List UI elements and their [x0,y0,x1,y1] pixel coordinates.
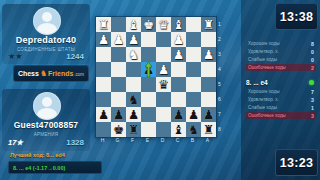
white-bishop-c1[interactable]: ♝ [171,17,186,32]
black-pawn-a7[interactable]: ♟ [201,107,216,122]
square-e7[interactable] [141,107,156,122]
file-label: H [95,137,110,143]
stats-block-black: 8. ... e4Хорошие ходы7Удовлетвор. х.3Сла… [246,78,316,120]
white-queen-d1[interactable]: ♛ [156,17,171,32]
square-b3[interactable] [186,47,201,62]
square-e4[interactable]: ♟ [141,62,156,77]
square-g5[interactable] [111,77,126,92]
clock-white: 13:38 [275,3,318,30]
rank-label: 6 [218,96,221,102]
player-stars: ★★ [8,52,22,61]
black-king-g8[interactable]: ♚ [111,122,126,137]
square-g4[interactable] [111,62,126,77]
black-pawn-f7[interactable]: ♟ [126,107,141,122]
file-label: A [200,137,215,143]
best-move-hint: Лучший ход: 8... ed4 [10,152,120,158]
black-bishop-c8[interactable]: ♝ [171,122,186,137]
square-d5[interactable]: ♛ [156,77,171,92]
analysis-panel: 13:38 Хорошие ходы8Удовлетвор. х.0Слабые… [241,0,320,180]
square-f5[interactable] [126,77,141,92]
square-g6[interactable] [111,92,126,107]
stat-label: Удовлетвор. х. [248,97,279,102]
white-pawn-d4[interactable]: ♟ [156,62,171,77]
last-move-label: 8. ... e4 [246,79,268,86]
white-pawn-f2[interactable]: ♟ [126,32,141,47]
file-label: F [125,137,140,143]
white-rook-h1[interactable]: ♜ [96,17,111,32]
rank-label: 8 [218,126,221,132]
stat-row: Удовлетвор. х.0 [246,48,316,55]
square-d4[interactable]: ♟ [156,62,171,77]
stat-label: Ошибочные ходы [248,65,286,70]
player-card-black[interactable]: Guest47008857 АРМЕНИЯ 17★ 1328 [2,89,90,151]
stat-label: Хорошие ходы [248,89,279,94]
square-a2[interactable] [201,32,216,47]
rank-label: 3 [218,51,221,57]
black-knight-b8[interactable]: ♞ [186,122,201,137]
square-f6[interactable]: ♞ [126,92,141,107]
logo-text: Chess [18,70,39,77]
square-b1[interactable] [186,17,201,32]
stat-value: 0 [311,49,314,55]
black-pawn-h7[interactable]: ♟ [96,107,111,122]
stat-label: Слабые ходы [248,105,277,110]
white-pawn-c2[interactable]: ♟ [171,32,186,47]
square-d1[interactable]: ♛ [156,17,171,32]
square-c1[interactable]: ♝ [171,17,186,32]
square-a4[interactable] [201,62,216,77]
stat-row: Слабые ходы1 [246,104,316,111]
square-c4[interactable] [171,62,186,77]
stat-label: Удовлетвор. х. [248,49,279,54]
player-card-white[interactable]: Depredator40 СОЕДИНЕННЫЕ ШТАТЫ ★★ 1244 [2,4,90,64]
player-rating: 1244 [66,52,84,61]
square-f3[interactable]: ♞ [126,47,141,62]
player-stars: 17★ [8,138,23,147]
square-a5[interactable] [201,77,216,92]
stat-row: Слабые ходы0 [246,56,316,63]
square-b8[interactable]: ♞ [186,122,201,137]
square-c7[interactable]: ♟ [171,107,186,122]
black-queen-d5[interactable]: ♛ [156,77,171,92]
square-a3[interactable]: ♟ [201,47,216,62]
square-f8[interactable]: ♜ [126,122,141,137]
square-b2[interactable] [186,32,201,47]
square-e8[interactable] [141,122,156,137]
white-pawn-c3[interactable]: ♟ [171,47,186,62]
square-c8[interactable]: ♝ [171,122,186,137]
white-pawn-a3[interactable]: ♟ [201,47,216,62]
stat-row: Ошибочные ходы2 [246,64,316,71]
logo-text: .com [74,72,84,77]
stat-row: Ошибочные ходы3 [246,112,316,119]
square-h1[interactable]: ♜ [96,17,111,32]
rank-label: 2 [218,36,221,42]
avatar [33,92,61,120]
square-h2[interactable]: ♟ [96,32,111,47]
square-d6[interactable] [156,92,171,107]
square-h5[interactable] [96,77,111,92]
chess-board[interactable]: ♜♝♚♛♝♜♟♟♟♟♞♟♟♟♟♛♞♟♟♟♟♟♟♚♜♝♞♜ [95,16,217,138]
square-c5[interactable] [171,77,186,92]
stat-value: 2 [311,65,314,71]
black-pawn-b7[interactable]: ♟ [186,107,201,122]
avatar [33,7,61,35]
stat-value: 1 [311,105,314,111]
square-g1[interactable] [111,17,126,32]
square-c6[interactable] [171,92,186,107]
stat-value: 7 [311,89,314,95]
square-c3[interactable]: ♟ [171,47,186,62]
white-knight-f3[interactable]: ♞ [126,47,141,62]
last-move-eval: 8. ... e4 (-1.17→0.00) [8,161,102,174]
square-g3[interactable] [111,47,126,62]
file-label: D [155,137,170,143]
square-e3[interactable] [141,47,156,62]
square-h8[interactable] [96,122,111,137]
black-knight-f6[interactable]: ♞ [126,92,141,107]
chessfriends-logo[interactable]: Chess ♞ Friends .com [13,65,89,82]
rank-label: 1 [218,21,221,27]
stat-label: Слабые ходы [248,57,277,62]
white-bishop-f1[interactable]: ♝ [126,17,141,32]
logo-text: Friends [48,70,73,77]
stat-value: 8 [311,41,314,47]
rank-label: 4 [218,66,221,72]
square-d2[interactable] [156,32,171,47]
square-f7[interactable]: ♟ [126,107,141,122]
file-labels: HGFEDCBA [95,137,215,143]
square-h3[interactable] [96,47,111,62]
square-g7[interactable]: ♟ [111,107,126,122]
square-e6[interactable] [141,92,156,107]
square-a6[interactable] [201,92,216,107]
stat-label: Ошибочные ходы [248,113,286,118]
stat-row: Хорошие ходы7 [246,88,316,95]
square-a1[interactable]: ♜ [201,17,216,32]
white-pawn-h2[interactable]: ♟ [96,32,111,47]
black-rook-f8[interactable]: ♜ [126,122,141,137]
square-d8[interactable] [156,122,171,137]
clock-black: 13:23 [275,149,318,176]
rank-label: 7 [218,111,221,117]
square-b7[interactable]: ♟ [186,107,201,122]
black-pawn-c7[interactable]: ♟ [171,107,186,122]
file-label: B [185,137,200,143]
stat-row: Удовлетвор. х.3 [246,96,316,103]
move-arrow-icon [145,62,152,77]
black-rook-a8[interactable]: ♜ [201,122,216,137]
square-g2[interactable]: ♟ [111,32,126,47]
square-f1[interactable]: ♝ [126,17,141,32]
square-h7[interactable]: ♟ [96,107,111,122]
square-b4[interactable] [186,62,201,77]
square-h4[interactable] [96,62,111,77]
stat-value: 3 [311,113,314,119]
square-a8[interactable]: ♜ [201,122,216,137]
square-g8[interactable]: ♚ [111,122,126,137]
square-d3[interactable] [156,47,171,62]
square-d7[interactable] [156,107,171,122]
stat-value: 3 [311,97,314,103]
square-h6[interactable] [96,92,111,107]
player-name: Depredator40 [2,35,90,45]
good-move-dot-icon [309,80,314,85]
square-b5[interactable] [186,77,201,92]
square-f2[interactable]: ♟ [126,32,141,47]
square-a7[interactable]: ♟ [201,107,216,122]
square-c2[interactable]: ♟ [171,32,186,47]
white-king-e1[interactable]: ♚ [141,17,156,32]
file-label: G [110,137,125,143]
rank-label: 5 [218,81,221,87]
white-pawn-g2[interactable]: ♟ [111,32,126,47]
file-label: C [170,137,185,143]
stat-value: 0 [311,57,314,63]
white-rook-a1[interactable]: ♜ [201,17,216,32]
app-window: Depredator40 СОЕДИНЕННЫЕ ШТАТЫ ★★ 1244 C… [0,0,320,180]
stat-row: Хорошие ходы8 [246,40,316,47]
player-country: АРМЕНИЯ [2,132,90,137]
file-label: E [140,137,155,143]
rank-labels: 12345678 [218,16,221,136]
player-name: Guest47008857 [2,120,90,130]
square-e1[interactable]: ♚ [141,17,156,32]
player-rating: 1328 [66,138,84,147]
square-e2[interactable] [141,32,156,47]
square-f4[interactable] [126,62,141,77]
square-b6[interactable] [186,92,201,107]
square-e5[interactable] [141,77,156,92]
stat-label: Хорошие ходы [248,41,279,46]
stats-block-white: Хорошие ходы8Удовлетвор. х.0Слабые ходы0… [246,40,316,72]
knight-logo-icon: ♞ [40,70,47,78]
black-pawn-g7[interactable]: ♟ [111,107,126,122]
